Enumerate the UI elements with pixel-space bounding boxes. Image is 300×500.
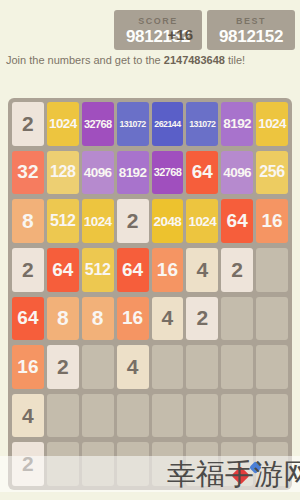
tile-4: 4 [186, 248, 218, 292]
tile-2: 2 [186, 297, 218, 341]
tile-128: 128 [47, 151, 79, 195]
watermark-bar: 幸福手游网 [0, 456, 300, 492]
tile-2: 2 [117, 199, 149, 243]
board-grid[interactable]: 2102432768131072262144131072819210243212… [8, 98, 292, 490]
empty-cell [82, 345, 114, 389]
game-screen: SCORE 9812152 +16 BEST 9812152 Join the … [0, 0, 300, 500]
tile-64: 64 [47, 248, 79, 292]
empty-cell [47, 394, 79, 438]
tile-2048: 2048 [152, 199, 184, 243]
tile-64: 64 [186, 151, 218, 195]
empty-cell [221, 297, 253, 341]
tile-16: 16 [117, 297, 149, 341]
empty-cell [256, 345, 288, 389]
tile-4096: 4096 [82, 151, 114, 195]
tile-262144: 262144 [152, 102, 184, 146]
empty-cell [117, 394, 149, 438]
empty-cell [82, 394, 114, 438]
target-tile-number: 2147483648 [164, 54, 225, 66]
empty-cell [256, 297, 288, 341]
score-box: SCORE 9812152 +16 [114, 10, 202, 50]
empty-cell [186, 345, 218, 389]
empty-cell [221, 394, 253, 438]
tile-512: 512 [47, 199, 79, 243]
instruction-suffix: tile! [225, 54, 245, 66]
best-value: 9812152 [207, 27, 295, 47]
tile-1024: 1024 [186, 199, 218, 243]
empty-cell [152, 345, 184, 389]
tile-64: 64 [117, 248, 149, 292]
instruction-prefix: Join the numbers and get to the [6, 54, 164, 66]
tile-256: 256 [256, 151, 288, 195]
watermark-text: 幸福手游网 [167, 457, 300, 491]
empty-cell [256, 394, 288, 438]
empty-cell [256, 248, 288, 292]
score-label: SCORE [114, 16, 202, 26]
tile-32768: 32768 [152, 151, 184, 195]
tile-32768: 32768 [82, 102, 114, 146]
tile-8: 8 [47, 297, 79, 341]
tile-4: 4 [117, 345, 149, 389]
tile-2: 2 [12, 248, 44, 292]
tile-8: 8 [12, 199, 44, 243]
tile-8: 8 [82, 297, 114, 341]
tile-2: 2 [221, 248, 253, 292]
tile-32: 32 [12, 151, 44, 195]
tile-16: 16 [152, 248, 184, 292]
tile-4: 4 [12, 394, 44, 438]
tile-64: 64 [221, 199, 253, 243]
tile-16: 16 [12, 345, 44, 389]
tile-131072: 131072 [186, 102, 218, 146]
tile-16: 16 [256, 199, 288, 243]
instruction-text: Join the numbers and get to the 21474836… [6, 53, 298, 67]
tile-1024: 1024 [47, 102, 79, 146]
empty-cell [221, 345, 253, 389]
tile-8192: 8192 [221, 102, 253, 146]
tile-1024: 1024 [82, 199, 114, 243]
tile-512: 512 [82, 248, 114, 292]
tile-64: 64 [12, 297, 44, 341]
empty-cell [152, 394, 184, 438]
tile-2: 2 [12, 102, 44, 146]
best-box: BEST 9812152 [207, 10, 295, 50]
tile-8192: 8192 [117, 151, 149, 195]
best-label: BEST [207, 16, 295, 26]
tile-4096: 4096 [221, 151, 253, 195]
score-delta-animation: +16 [168, 26, 193, 43]
tile-1024: 1024 [256, 102, 288, 146]
tile-131072: 131072 [117, 102, 149, 146]
tile-4: 4 [152, 297, 184, 341]
empty-cell [186, 394, 218, 438]
tile-2: 2 [47, 345, 79, 389]
